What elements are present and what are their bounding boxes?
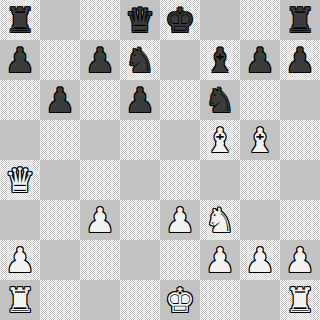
square-a1[interactable]: ♜ — [0, 280, 40, 320]
square-h6[interactable] — [280, 80, 320, 120]
square-a8[interactable]: ♜ — [0, 0, 40, 40]
square-b8[interactable] — [40, 0, 80, 40]
square-b2[interactable] — [40, 240, 80, 280]
square-d7[interactable]: ♞ — [120, 40, 160, 80]
square-b4[interactable] — [40, 160, 80, 200]
square-a3[interactable] — [0, 200, 40, 240]
square-g7[interactable]: ♟ — [240, 40, 280, 80]
square-a2[interactable]: ♟ — [0, 240, 40, 280]
square-e2[interactable] — [160, 240, 200, 280]
square-h8[interactable]: ♜ — [280, 0, 320, 40]
square-d2[interactable] — [120, 240, 160, 280]
square-b6[interactable]: ♟ — [40, 80, 80, 120]
square-e4[interactable] — [160, 160, 200, 200]
black-bishop-icon: ♝ — [205, 40, 235, 80]
square-c1[interactable] — [80, 280, 120, 320]
square-c8[interactable] — [80, 0, 120, 40]
white-pawn-icon: ♟ — [245, 240, 275, 280]
black-pawn-icon: ♟ — [45, 80, 75, 120]
black-pawn-icon: ♟ — [245, 40, 275, 80]
square-b3[interactable] — [40, 200, 80, 240]
square-e3[interactable]: ♟ — [160, 200, 200, 240]
square-h1[interactable]: ♜ — [280, 280, 320, 320]
square-c5[interactable] — [80, 120, 120, 160]
white-queen-icon: ♛ — [5, 160, 35, 200]
white-rook-icon: ♜ — [285, 280, 315, 320]
black-queen-icon: ♛ — [125, 0, 155, 40]
square-h7[interactable]: ♟ — [280, 40, 320, 80]
white-pawn-icon: ♟ — [205, 240, 235, 280]
square-e1[interactable]: ♚ — [160, 280, 200, 320]
square-g2[interactable]: ♟ — [240, 240, 280, 280]
black-knight-icon: ♞ — [125, 40, 155, 80]
black-rook-icon: ♜ — [5, 0, 35, 40]
square-d5[interactable] — [120, 120, 160, 160]
black-king-icon: ♚ — [165, 0, 195, 40]
square-e5[interactable] — [160, 120, 200, 160]
white-bishop-icon: ♝ — [205, 120, 235, 160]
square-b1[interactable] — [40, 280, 80, 320]
square-f7[interactable]: ♝ — [200, 40, 240, 80]
square-g6[interactable] — [240, 80, 280, 120]
square-c6[interactable] — [80, 80, 120, 120]
square-g3[interactable] — [240, 200, 280, 240]
square-g4[interactable] — [240, 160, 280, 200]
black-pawn-icon: ♟ — [125, 80, 155, 120]
black-pawn-icon: ♟ — [285, 40, 315, 80]
white-rook-icon: ♜ — [5, 280, 35, 320]
black-pawn-icon: ♟ — [85, 40, 115, 80]
square-f6[interactable]: ♞ — [200, 80, 240, 120]
square-e7[interactable] — [160, 40, 200, 80]
black-pawn-icon: ♟ — [5, 40, 35, 80]
black-rook-icon: ♜ — [285, 0, 315, 40]
square-a4[interactable]: ♛ — [0, 160, 40, 200]
square-d1[interactable] — [120, 280, 160, 320]
square-c7[interactable]: ♟ — [80, 40, 120, 80]
square-c2[interactable] — [80, 240, 120, 280]
square-h4[interactable] — [280, 160, 320, 200]
square-d6[interactable]: ♟ — [120, 80, 160, 120]
square-g1[interactable] — [240, 280, 280, 320]
square-e6[interactable] — [160, 80, 200, 120]
square-d4[interactable] — [120, 160, 160, 200]
square-f2[interactable]: ♟ — [200, 240, 240, 280]
square-f1[interactable] — [200, 280, 240, 320]
square-a6[interactable] — [0, 80, 40, 120]
square-f3[interactable]: ♞ — [200, 200, 240, 240]
square-a7[interactable]: ♟ — [0, 40, 40, 80]
white-knight-icon: ♞ — [205, 200, 235, 240]
white-king-icon: ♚ — [165, 280, 195, 320]
square-g8[interactable] — [240, 0, 280, 40]
white-pawn-icon: ♟ — [85, 200, 115, 240]
square-f4[interactable] — [200, 160, 240, 200]
square-h5[interactable] — [280, 120, 320, 160]
square-f8[interactable] — [200, 0, 240, 40]
white-pawn-icon: ♟ — [165, 200, 195, 240]
white-pawn-icon: ♟ — [285, 240, 315, 280]
square-a5[interactable] — [0, 120, 40, 160]
square-b7[interactable] — [40, 40, 80, 80]
square-h2[interactable]: ♟ — [280, 240, 320, 280]
chessboard: ♜♛♚♜♟♟♞♝♟♟♟♟♞♝♝♛♟♟♞♟♟♟♟♜♚♜ — [0, 0, 320, 320]
white-pawn-icon: ♟ — [5, 240, 35, 280]
square-c4[interactable] — [80, 160, 120, 200]
white-bishop-icon: ♝ — [245, 120, 275, 160]
square-f5[interactable]: ♝ — [200, 120, 240, 160]
black-knight-icon: ♞ — [205, 80, 235, 120]
square-b5[interactable] — [40, 120, 80, 160]
square-e8[interactable]: ♚ — [160, 0, 200, 40]
square-d8[interactable]: ♛ — [120, 0, 160, 40]
square-h3[interactable] — [280, 200, 320, 240]
square-g5[interactable]: ♝ — [240, 120, 280, 160]
square-d3[interactable] — [120, 200, 160, 240]
square-c3[interactable]: ♟ — [80, 200, 120, 240]
